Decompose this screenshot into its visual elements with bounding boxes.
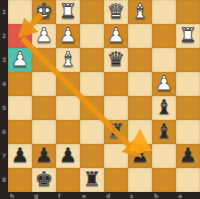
white-pawn-h3[interactable]: ♟ bbox=[8, 48, 32, 72]
square-c3[interactable] bbox=[128, 48, 152, 72]
square-a3[interactable] bbox=[176, 48, 200, 72]
black-pawn-g7[interactable]: ♟ bbox=[32, 144, 56, 168]
black-rook-d6[interactable]: ♜ bbox=[104, 120, 128, 144]
black-rook-e8[interactable]: ♜ bbox=[80, 168, 104, 192]
square-g4[interactable] bbox=[32, 72, 56, 96]
black-pawn-a7[interactable]: ♟ bbox=[176, 144, 200, 168]
square-d5[interactable] bbox=[104, 96, 128, 120]
square-c6[interactable] bbox=[128, 120, 152, 144]
square-h2[interactable] bbox=[8, 24, 32, 48]
white-queen-d1[interactable]: ♛ bbox=[104, 0, 128, 24]
square-e6[interactable] bbox=[80, 120, 104, 144]
rank-label-6: 6 bbox=[0, 128, 8, 136]
square-c8[interactable] bbox=[128, 168, 152, 192]
square-b1[interactable] bbox=[152, 0, 176, 24]
chess-board-widget: ♚♜♛♝♜♟♟♟♟♝♟♛♝♜♝♟♟♟♟♟♜♚ 12345678hgfedcba bbox=[0, 0, 200, 199]
rank-label-1: 1 bbox=[0, 8, 8, 16]
square-d7[interactable] bbox=[104, 144, 128, 168]
square-c2[interactable] bbox=[128, 24, 152, 48]
black-bishop-b6[interactable]: ♝ bbox=[152, 120, 176, 144]
white-pawn-b4[interactable]: ♟ bbox=[152, 72, 176, 96]
rank-label-8: 8 bbox=[0, 176, 8, 184]
square-b3[interactable] bbox=[152, 48, 176, 72]
white-rook-f1[interactable]: ♜ bbox=[56, 0, 80, 24]
file-label-g: g bbox=[34, 192, 44, 199]
file-label-d: d bbox=[106, 192, 116, 199]
square-h6[interactable] bbox=[8, 120, 32, 144]
black-pawn-c7[interactable]: ♟ bbox=[128, 144, 152, 168]
white-pawn-d2[interactable]: ♟ bbox=[104, 24, 128, 48]
file-label-a: a bbox=[178, 192, 188, 199]
square-c4[interactable] bbox=[128, 72, 152, 96]
black-queen-d3[interactable]: ♛ bbox=[104, 48, 128, 72]
white-pawn-g2[interactable]: ♟ bbox=[32, 24, 56, 48]
file-label-h: h bbox=[10, 192, 20, 199]
square-e2[interactable] bbox=[80, 24, 104, 48]
square-a4[interactable] bbox=[176, 72, 200, 96]
square-g5[interactable] bbox=[32, 96, 56, 120]
file-label-f: f bbox=[58, 192, 68, 199]
square-f6[interactable] bbox=[56, 120, 80, 144]
white-bishop-f3[interactable]: ♝ bbox=[56, 48, 80, 72]
white-bishop-c1[interactable]: ♝ bbox=[128, 0, 152, 24]
square-b2[interactable] bbox=[152, 24, 176, 48]
black-king-g8[interactable]: ♚ bbox=[32, 168, 56, 192]
rank-label-3: 3 bbox=[0, 56, 8, 64]
square-g6[interactable] bbox=[32, 120, 56, 144]
file-label-b: b bbox=[154, 192, 164, 199]
square-a8[interactable] bbox=[176, 168, 200, 192]
rank-label-2: 2 bbox=[0, 32, 8, 40]
square-e7[interactable] bbox=[80, 144, 104, 168]
chess-board: ♚♜♛♝♜♟♟♟♟♝♟♛♝♜♝♟♟♟♟♟♜♚ bbox=[8, 0, 200, 192]
square-a5[interactable] bbox=[176, 96, 200, 120]
square-d4[interactable] bbox=[104, 72, 128, 96]
square-h1[interactable] bbox=[8, 0, 32, 24]
black-pawn-f7[interactable]: ♟ bbox=[56, 144, 80, 168]
square-e3[interactable] bbox=[80, 48, 104, 72]
white-pawn-f2[interactable]: ♟ bbox=[56, 24, 80, 48]
square-f5[interactable] bbox=[56, 96, 80, 120]
square-e4[interactable] bbox=[80, 72, 104, 96]
file-label-e: e bbox=[82, 192, 92, 199]
square-g3[interactable] bbox=[32, 48, 56, 72]
square-a1[interactable] bbox=[176, 0, 200, 24]
square-h4[interactable] bbox=[8, 72, 32, 96]
white-rook-a2[interactable]: ♜ bbox=[176, 24, 200, 48]
black-bishop-b5[interactable]: ♝ bbox=[152, 96, 176, 120]
square-b7[interactable] bbox=[152, 144, 176, 168]
square-h8[interactable] bbox=[8, 168, 32, 192]
white-king-g1[interactable]: ♚ bbox=[32, 0, 56, 24]
square-b8[interactable] bbox=[152, 168, 176, 192]
square-e1[interactable] bbox=[80, 0, 104, 24]
square-d8[interactable] bbox=[104, 168, 128, 192]
rank-label-4: 4 bbox=[0, 80, 8, 88]
square-a6[interactable] bbox=[176, 120, 200, 144]
rank-label-5: 5 bbox=[0, 104, 8, 112]
square-f4[interactable] bbox=[56, 72, 80, 96]
square-h5[interactable] bbox=[8, 96, 32, 120]
file-label-c: c bbox=[130, 192, 140, 199]
square-f8[interactable] bbox=[56, 168, 80, 192]
square-c5[interactable] bbox=[128, 96, 152, 120]
black-pawn-h7[interactable]: ♟ bbox=[8, 144, 32, 168]
rank-label-7: 7 bbox=[0, 152, 8, 160]
square-e5[interactable] bbox=[80, 96, 104, 120]
